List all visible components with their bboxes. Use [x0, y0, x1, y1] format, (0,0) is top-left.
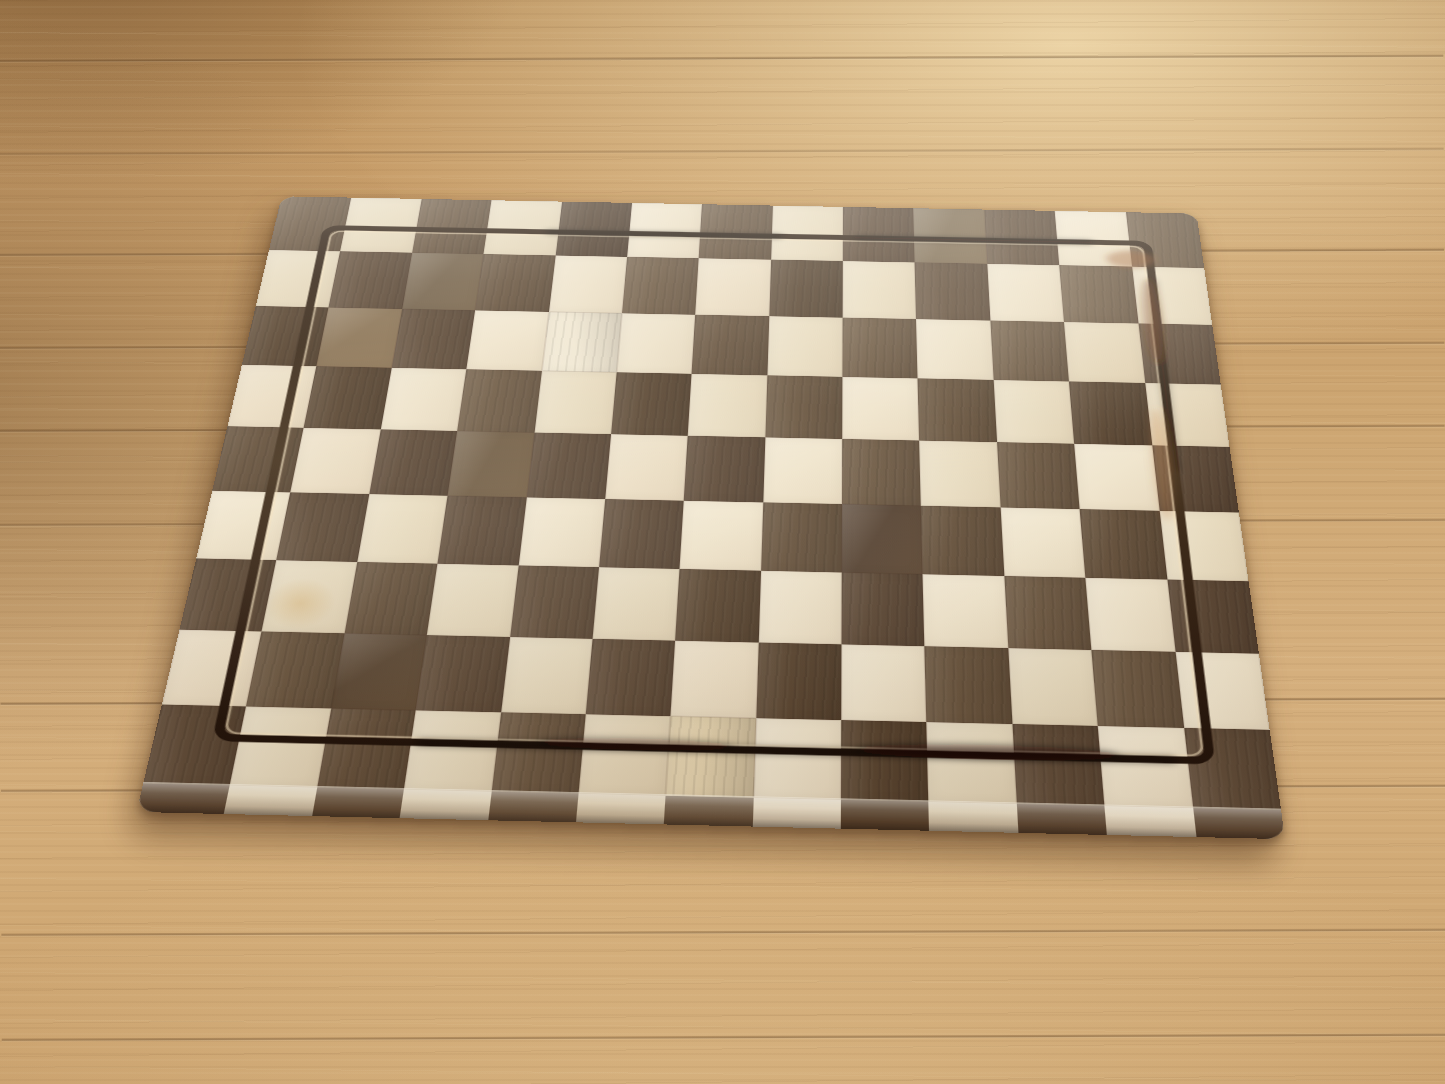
groove-ring [218, 228, 1210, 761]
cutting-board [137, 196, 1286, 839]
front-edge-segment [1105, 806, 1196, 837]
front-edge-segment [664, 796, 753, 827]
groove-burn-marks [416, 231, 1216, 765]
front-edge-segment [488, 792, 579, 823]
groove-highlight [225, 231, 1203, 756]
front-edge-segment [1017, 804, 1107, 835]
front-edge-segment [752, 798, 841, 829]
front-edge-segment [929, 802, 1018, 833]
front-edge-segment [312, 788, 404, 819]
photo-scene [0, 0, 1445, 1084]
board-shadow-wrap [0, 0, 1445, 1084]
juice-groove [143, 196, 1281, 810]
front-edge-segment [841, 800, 930, 831]
front-edge-segment [224, 786, 317, 817]
front-edge-segment [137, 784, 230, 814]
front-edge-segment [576, 794, 666, 825]
front-edge-segment [1193, 808, 1285, 839]
front-edge-segment [400, 790, 491, 821]
